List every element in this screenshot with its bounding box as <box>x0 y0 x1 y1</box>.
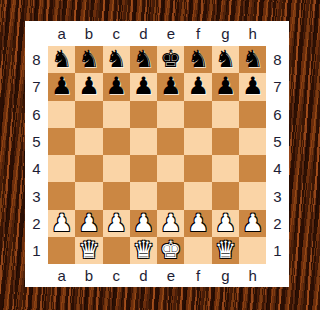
file-label-bottom-h: h <box>239 264 266 287</box>
white-pawn[interactable]: ♟ <box>78 210 100 237</box>
square-g5[interactable] <box>212 128 239 155</box>
square-f6[interactable] <box>184 101 211 128</box>
square-a2[interactable]: ♟ <box>48 210 75 237</box>
black-knight[interactable]: ♞ <box>133 46 155 73</box>
square-d5[interactable] <box>130 128 157 155</box>
square-e5[interactable] <box>157 128 184 155</box>
square-e1[interactable]: ♚ <box>157 237 184 264</box>
square-e2[interactable]: ♟ <box>157 210 184 237</box>
black-pawn[interactable]: ♟ <box>160 73 182 100</box>
file-label-bottom-e: e <box>157 264 184 287</box>
square-c3[interactable] <box>103 182 130 209</box>
square-b5[interactable] <box>75 128 102 155</box>
square-g6[interactable] <box>212 101 239 128</box>
black-pawn[interactable]: ♟ <box>215 73 237 100</box>
file-label-bottom-b: b <box>75 264 102 287</box>
white-pawn[interactable]: ♟ <box>133 210 155 237</box>
square-b8[interactable]: ♞ <box>75 46 102 73</box>
square-c4[interactable] <box>103 155 130 182</box>
white-pawn[interactable]: ♟ <box>187 210 209 237</box>
square-g1[interactable]: ♛ <box>212 237 239 264</box>
rank-label-left-1: 1 <box>25 237 48 264</box>
white-pawn[interactable]: ♟ <box>160 210 182 237</box>
square-d1[interactable]: ♛ <box>130 237 157 264</box>
rank-label-left-3: 3 <box>25 182 48 209</box>
black-pawn[interactable]: ♟ <box>187 73 209 100</box>
file-label-top-g: g <box>212 21 239 46</box>
square-h6[interactable] <box>239 101 266 128</box>
square-f1[interactable] <box>184 237 211 264</box>
black-pawn[interactable]: ♟ <box>78 73 100 100</box>
file-label-top-h: h <box>239 21 266 46</box>
square-a4[interactable] <box>48 155 75 182</box>
square-c6[interactable] <box>103 101 130 128</box>
file-label-bottom-c: c <box>103 264 130 287</box>
black-pawn[interactable]: ♟ <box>51 73 73 100</box>
square-c7[interactable]: ♟ <box>103 73 130 100</box>
board-corner-bottom-right <box>266 264 288 287</box>
chess-diagram-frame: abcdefgh8♞♞♞♞♚♞♞♞87♟♟♟♟♟♟♟♟7665544332♟♟♟… <box>25 21 289 287</box>
square-b6[interactable] <box>75 101 102 128</box>
square-e8[interactable]: ♚ <box>157 46 184 73</box>
square-c2[interactable]: ♟ <box>103 210 130 237</box>
square-a7[interactable]: ♟ <box>48 73 75 100</box>
black-knight[interactable]: ♞ <box>51 46 73 73</box>
rank-label-right-8: 8 <box>266 46 288 73</box>
black-king[interactable]: ♚ <box>160 46 182 73</box>
file-label-top-a: a <box>48 21 75 46</box>
square-b4[interactable] <box>75 155 102 182</box>
square-h1[interactable] <box>239 237 266 264</box>
file-label-bottom-a: a <box>48 264 75 287</box>
rank-label-left-8: 8 <box>25 46 48 73</box>
square-d4[interactable] <box>130 155 157 182</box>
square-e3[interactable] <box>157 182 184 209</box>
square-g4[interactable] <box>212 155 239 182</box>
square-g7[interactable]: ♟ <box>212 73 239 100</box>
white-pawn[interactable]: ♟ <box>242 210 264 237</box>
square-e6[interactable] <box>157 101 184 128</box>
square-h3[interactable] <box>239 182 266 209</box>
white-king[interactable]: ♚ <box>160 237 182 264</box>
square-d7[interactable]: ♟ <box>130 73 157 100</box>
square-d3[interactable] <box>130 182 157 209</box>
rank-label-left-7: 7 <box>25 73 48 100</box>
square-g3[interactable] <box>212 182 239 209</box>
rank-label-right-4: 4 <box>266 155 288 182</box>
square-d8[interactable]: ♞ <box>130 46 157 73</box>
rank-label-left-6: 6 <box>25 101 48 128</box>
file-label-bottom-g: g <box>212 264 239 287</box>
square-d6[interactable] <box>130 101 157 128</box>
rank-label-right-3: 3 <box>266 182 288 209</box>
square-c1[interactable] <box>103 237 130 264</box>
white-pawn[interactable]: ♟ <box>105 210 127 237</box>
file-label-top-f: f <box>184 21 211 46</box>
square-f5[interactable] <box>184 128 211 155</box>
board-corner-bottom-left <box>25 264 48 287</box>
black-knight[interactable]: ♞ <box>78 46 100 73</box>
black-pawn[interactable]: ♟ <box>133 73 155 100</box>
rank-label-right-6: 6 <box>266 101 288 128</box>
black-pawn[interactable]: ♟ <box>105 73 127 100</box>
square-b2[interactable]: ♟ <box>75 210 102 237</box>
file-label-top-e: e <box>157 21 184 46</box>
square-a6[interactable] <box>48 101 75 128</box>
square-g2[interactable]: ♟ <box>212 210 239 237</box>
board-corner-top-left <box>25 21 48 46</box>
file-label-bottom-d: d <box>130 264 157 287</box>
square-h2[interactable]: ♟ <box>239 210 266 237</box>
square-b3[interactable] <box>75 182 102 209</box>
square-a1[interactable] <box>48 237 75 264</box>
chess-board: abcdefgh8♞♞♞♞♚♞♞♞87♟♟♟♟♟♟♟♟7665544332♟♟♟… <box>25 21 289 287</box>
black-pawn[interactable]: ♟ <box>242 73 264 100</box>
square-d2[interactable]: ♟ <box>130 210 157 237</box>
file-label-bottom-f: f <box>184 264 211 287</box>
square-f3[interactable] <box>184 182 211 209</box>
square-h7[interactable]: ♟ <box>239 73 266 100</box>
square-e7[interactable]: ♟ <box>157 73 184 100</box>
black-knight[interactable]: ♞ <box>105 46 127 73</box>
square-h4[interactable] <box>239 155 266 182</box>
square-b1[interactable]: ♛ <box>75 237 102 264</box>
rank-label-right-5: 5 <box>266 128 288 155</box>
white-pawn[interactable]: ♟ <box>215 210 237 237</box>
rank-label-left-4: 4 <box>25 155 48 182</box>
square-f4[interactable] <box>184 155 211 182</box>
square-g8[interactable]: ♞ <box>212 46 239 73</box>
square-a8[interactable]: ♞ <box>48 46 75 73</box>
square-f2[interactable]: ♟ <box>184 210 211 237</box>
square-f8[interactable]: ♞ <box>184 46 211 73</box>
white-queen[interactable]: ♛ <box>78 237 100 264</box>
square-h5[interactable] <box>239 128 266 155</box>
square-f7[interactable]: ♟ <box>184 73 211 100</box>
file-label-top-c: c <box>103 21 130 46</box>
white-queen[interactable]: ♛ <box>133 237 155 264</box>
file-label-top-d: d <box>130 21 157 46</box>
rank-label-right-1: 1 <box>266 237 288 264</box>
square-a5[interactable] <box>48 128 75 155</box>
rank-label-right-2: 2 <box>266 210 288 237</box>
square-c8[interactable]: ♞ <box>103 46 130 73</box>
black-knight[interactable]: ♞ <box>242 46 264 73</box>
rank-label-left-5: 5 <box>25 128 48 155</box>
square-h8[interactable]: ♞ <box>239 46 266 73</box>
rank-label-right-7: 7 <box>266 73 288 100</box>
square-c5[interactable] <box>103 128 130 155</box>
square-a3[interactable] <box>48 182 75 209</box>
file-label-top-b: b <box>75 21 102 46</box>
rank-label-left-2: 2 <box>25 210 48 237</box>
board-corner-top-right <box>266 21 288 46</box>
black-knight[interactable]: ♞ <box>215 46 237 73</box>
square-b7[interactable]: ♟ <box>75 73 102 100</box>
black-knight[interactable]: ♞ <box>187 46 209 73</box>
white-queen[interactable]: ♛ <box>215 237 237 264</box>
square-e4[interactable] <box>157 155 184 182</box>
white-pawn[interactable]: ♟ <box>51 210 73 237</box>
